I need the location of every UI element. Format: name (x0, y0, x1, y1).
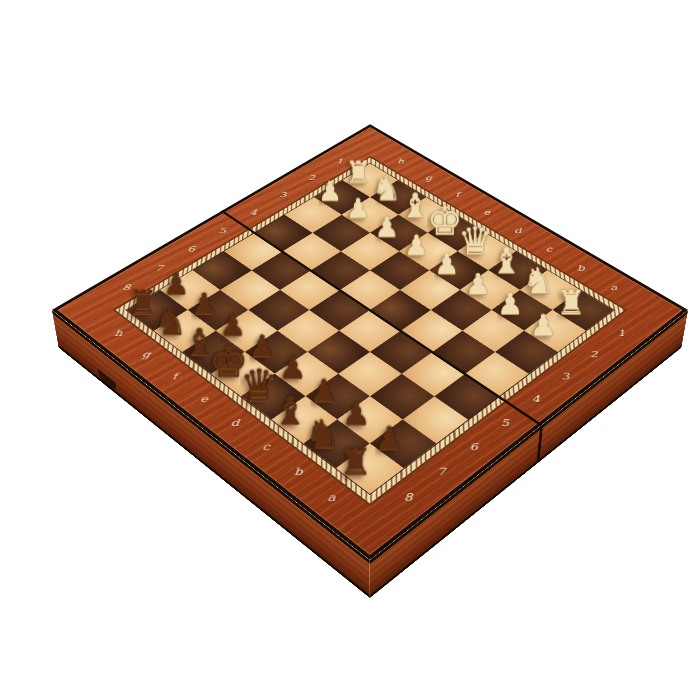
piece-white-queen[interactable]: ♛ (457, 221, 492, 260)
piece-black-pawn[interactable]: ♟ (375, 422, 404, 454)
piece-white-rook[interactable]: ♜ (345, 157, 372, 187)
piece-white-pawn[interactable]: ♟ (497, 290, 523, 319)
hinge-foot (97, 368, 116, 391)
rank-label-left-1: 1 (336, 157, 343, 165)
chess-board: ♜♞♝♚♛♝♞♜♟♟♟♟♟♟♟♟♟♟♟♟♟♟♟♟♜♞♝♚♛♝♞♜ hhggffe… (52, 124, 688, 560)
rank-label-left-5: 5 (219, 226, 227, 234)
piece-black-bishop[interactable]: ♝ (272, 391, 307, 430)
piece-white-pawn[interactable]: ♟ (318, 178, 342, 205)
piece-white-pawn[interactable]: ♟ (346, 195, 370, 222)
piece-white-bishop[interactable]: ♝ (400, 189, 430, 223)
piece-black-pawn[interactable]: ♟ (310, 375, 338, 406)
photo-background: ♜♞♝♚♛♝♞♜♟♟♟♟♟♟♟♟♟♟♟♟♟♟♟♟♜♞♝♚♛♝♞♜ hhggffe… (0, 0, 700, 700)
piece-black-pawn[interactable]: ♟ (248, 331, 275, 361)
piece-black-rook[interactable]: ♜ (339, 442, 372, 479)
file-label-top-g: g (425, 174, 432, 182)
file-label-top-h: h (397, 157, 404, 165)
file-label-top-e: e (483, 208, 490, 216)
piece-white-knight[interactable]: ♞ (371, 171, 401, 204)
rank-label-left-4: 4 (249, 208, 257, 216)
piece-black-pawn[interactable]: ♟ (163, 270, 189, 299)
file-label-top-d: d (513, 226, 521, 234)
piece-white-bishop[interactable]: ♝ (490, 243, 522, 278)
piece-black-rook[interactable]: ♜ (128, 286, 158, 319)
piece-black-knight[interactable]: ♞ (304, 414, 340, 454)
piece-black-pawn[interactable]: ♟ (191, 290, 217, 319)
piece-white-pawn[interactable]: ♟ (465, 270, 491, 299)
piece-white-rook[interactable]: ♜ (556, 286, 586, 319)
piece-white-pawn[interactable]: ♟ (404, 231, 429, 259)
piece-white-pawn[interactable]: ♟ (434, 250, 459, 278)
piece-white-pawn[interactable]: ♟ (530, 310, 557, 340)
piece-white-pawn[interactable]: ♟ (374, 213, 399, 241)
piece-white-knight[interactable]: ♞ (522, 263, 554, 299)
piece-black-pawn[interactable]: ♟ (342, 398, 370, 429)
rank-label-left-2: 2 (308, 174, 315, 182)
piece-black-pawn[interactable]: ♟ (279, 353, 306, 383)
